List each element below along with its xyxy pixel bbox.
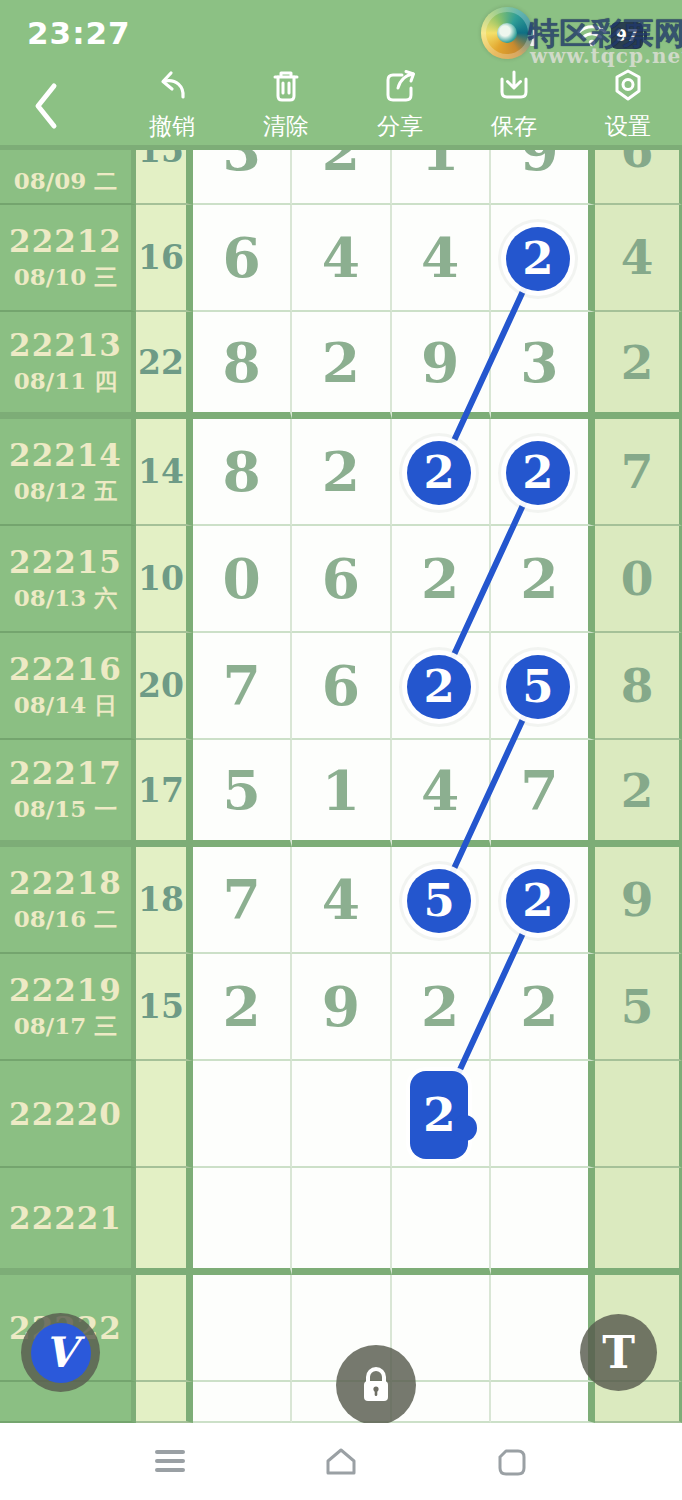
cell-extra-digit: 9 bbox=[595, 847, 682, 954]
trend-chart-grid: 08/09 二15321962221208/10 三16644242221308… bbox=[0, 150, 682, 1423]
cell-sum bbox=[136, 1382, 193, 1423]
cell-digit[interactable]: 8 bbox=[193, 312, 292, 419]
cell-digit[interactable] bbox=[491, 1382, 595, 1423]
table-row: 2221808/16 二1874529 bbox=[0, 847, 682, 954]
cell-digit[interactable]: 1 bbox=[292, 740, 391, 847]
table-row: 2221408/12 五1482227 bbox=[0, 419, 682, 526]
share-button[interactable]: 分享 bbox=[352, 66, 448, 142]
cell-digit[interactable]: 3 bbox=[491, 312, 595, 419]
cell-extra-digit: 7 bbox=[595, 419, 682, 526]
cell-issue-date: 2221908/17 三 bbox=[0, 954, 136, 1061]
cell-digit[interactable]: 4 bbox=[392, 740, 491, 847]
table-row: 08/09 二1532196 bbox=[0, 150, 682, 205]
cell-digit[interactable]: 2 bbox=[392, 954, 491, 1061]
cell-digit[interactable]: 1 bbox=[392, 150, 491, 205]
text-tool-button[interactable]: T bbox=[580, 1314, 657, 1391]
cell-digit[interactable] bbox=[193, 1061, 292, 1168]
cell-digit[interactable]: 6 bbox=[193, 205, 292, 312]
cell-sum bbox=[136, 1061, 193, 1168]
save-button[interactable]: 保存 bbox=[466, 66, 562, 142]
cell-extra-digit: 5 bbox=[595, 954, 682, 1061]
cell-extra-digit: 2 bbox=[595, 740, 682, 847]
annotation-circle[interactable]: 2 bbox=[506, 869, 570, 933]
table-row: 22221 bbox=[0, 1168, 682, 1275]
cell-digit[interactable]: 4 bbox=[292, 205, 391, 312]
cell-extra-digit bbox=[595, 1061, 682, 1168]
cell-issue-date: 2221208/10 三 bbox=[0, 205, 136, 312]
cell-issue-date: 2221708/15 一 bbox=[0, 740, 136, 847]
cell-sum: 15 bbox=[136, 150, 193, 205]
clear-label: 清除 bbox=[263, 111, 309, 142]
cell-digit[interactable]: 2 bbox=[292, 312, 391, 419]
settings-label: 设置 bbox=[605, 111, 651, 142]
cell-digit[interactable]: 2 bbox=[491, 526, 595, 633]
save-label: 保存 bbox=[491, 111, 537, 142]
save-icon bbox=[494, 66, 534, 106]
cell-extra-digit: 8 bbox=[595, 633, 682, 740]
annotation-circle[interactable]: 2 bbox=[506, 227, 570, 291]
undo-icon bbox=[152, 66, 192, 106]
cell-digit[interactable]: 8 bbox=[193, 419, 292, 526]
cell-digit[interactable] bbox=[193, 1168, 292, 1275]
cell-digit[interactable]: 0 bbox=[193, 526, 292, 633]
watermark-logo bbox=[481, 7, 533, 59]
cell-sum: 20 bbox=[136, 633, 193, 740]
home-icon[interactable] bbox=[324, 1446, 358, 1478]
cell-extra-digit: 0 bbox=[595, 526, 682, 633]
cell-digit[interactable] bbox=[491, 1168, 595, 1275]
cell-digit[interactable]: 6 bbox=[292, 526, 391, 633]
undo-button[interactable]: 撤销 bbox=[124, 66, 220, 142]
table-row: 2221308/11 四2282932 bbox=[0, 312, 682, 419]
cell-digit[interactable] bbox=[292, 1061, 391, 1168]
cell-digit[interactable]: 9 bbox=[491, 150, 595, 205]
clear-button[interactable]: 清除 bbox=[238, 66, 334, 142]
cell-extra-digit: 2 bbox=[595, 312, 682, 419]
cell-sum: 15 bbox=[136, 954, 193, 1061]
lock-button[interactable] bbox=[336, 1345, 416, 1425]
cell-digit[interactable] bbox=[292, 1168, 391, 1275]
cell-extra-digit: 6 bbox=[595, 150, 682, 205]
cell-digit[interactable]: 4 bbox=[392, 205, 491, 312]
cell-digit[interactable]: 2 bbox=[292, 150, 391, 205]
cell-extra-digit bbox=[595, 1168, 682, 1275]
cell-sum: 18 bbox=[136, 847, 193, 954]
cell-sum: 16 bbox=[136, 205, 193, 312]
cell-issue-date: 2221308/11 四 bbox=[0, 312, 136, 419]
status-bar: 23:27 97 特区彩票网 www.tqcp.net bbox=[0, 0, 682, 62]
annotation-circle[interactable]: 2 bbox=[407, 441, 471, 505]
cell-sum bbox=[136, 1275, 193, 1382]
cell-sum bbox=[136, 1168, 193, 1275]
table-row: 2221208/10 三1664424 bbox=[0, 205, 682, 312]
share-icon bbox=[380, 66, 420, 106]
table-row: 2221708/15 一1751472 bbox=[0, 740, 682, 847]
lock-icon bbox=[358, 1365, 394, 1405]
cell-digit[interactable]: 6 bbox=[292, 633, 391, 740]
cell-digit[interactable]: 2 bbox=[392, 526, 491, 633]
table-row: 2221508/13 六1006220 bbox=[0, 526, 682, 633]
cell-digit[interactable]: 4 bbox=[292, 847, 391, 954]
cell-digit[interactable] bbox=[491, 1275, 595, 1382]
cell-digit[interactable]: 7 bbox=[193, 633, 292, 740]
cell-issue-date: 2221508/13 六 bbox=[0, 526, 136, 633]
table-row: 22220 bbox=[0, 1061, 682, 1168]
annotation-circle[interactable]: 2 bbox=[506, 441, 570, 505]
cell-extra-digit: 4 bbox=[595, 205, 682, 312]
lottery-chart-app: 23:27 97 特区彩票网 www.tqcp.net 撤销 bbox=[0, 0, 682, 1500]
text-tool-icon: T bbox=[602, 1327, 635, 1378]
cell-sum: 10 bbox=[136, 526, 193, 633]
cell-digit[interactable]: 5 bbox=[193, 740, 292, 847]
pen-tool-icon: V bbox=[31, 1323, 91, 1383]
pen-tool-button[interactable]: V bbox=[21, 1313, 100, 1392]
cell-issue-date: 22221 bbox=[0, 1168, 136, 1275]
cell-digit[interactable]: 2 bbox=[491, 954, 595, 1061]
cell-digit[interactable] bbox=[193, 1382, 292, 1423]
table-row: 2221908/17 三1529225 bbox=[0, 954, 682, 1061]
settings-button[interactable]: 设置 bbox=[580, 66, 676, 142]
cell-digit[interactable]: 7 bbox=[491, 740, 595, 847]
annotation-circle[interactable]: 5 bbox=[506, 655, 570, 719]
cell-issue-date: 22220 bbox=[0, 1061, 136, 1168]
annotation-circle[interactable]: 5 bbox=[407, 869, 471, 933]
table-row: 2221608/14 日2076258 bbox=[0, 633, 682, 740]
cell-digit[interactable]: 3 bbox=[193, 150, 292, 205]
cell-digit[interactable] bbox=[193, 1275, 292, 1382]
settings-icon bbox=[608, 66, 648, 106]
cell-digit[interactable]: 2 bbox=[193, 954, 292, 1061]
recents-menu-icon[interactable] bbox=[153, 1446, 187, 1478]
cell-issue-date: 2221608/14 日 bbox=[0, 633, 136, 740]
cell-issue-date: 2221808/16 二 bbox=[0, 847, 136, 954]
back-button[interactable] bbox=[26, 78, 66, 134]
clock: 23:27 bbox=[27, 15, 131, 51]
share-label: 分享 bbox=[377, 111, 423, 142]
cell-sum: 17 bbox=[136, 740, 193, 847]
undo-label: 撤销 bbox=[149, 111, 195, 142]
annotation-circle[interactable]: 2 bbox=[407, 655, 471, 719]
annotation-tag[interactable]: 2 bbox=[410, 1071, 468, 1159]
cell-digit[interactable]: 2 bbox=[292, 419, 391, 526]
cell-issue-date: 2221408/12 五 bbox=[0, 419, 136, 526]
cell-digit[interactable]: 9 bbox=[392, 312, 491, 419]
toolbar: 撤销 清除 分享 保存 bbox=[0, 62, 682, 150]
cell-digit[interactable]: 7 bbox=[193, 847, 292, 954]
cell-sum: 22 bbox=[136, 312, 193, 419]
cell-digit[interactable] bbox=[491, 1061, 595, 1168]
system-nav-bar bbox=[0, 1423, 682, 1500]
cell-digit[interactable] bbox=[392, 1168, 491, 1275]
nav-back-icon[interactable] bbox=[495, 1446, 529, 1478]
trash-icon bbox=[266, 66, 306, 106]
cell-issue-date: 08/09 二 bbox=[0, 150, 136, 205]
cell-digit[interactable]: 9 bbox=[292, 954, 391, 1061]
cell-sum: 14 bbox=[136, 419, 193, 526]
